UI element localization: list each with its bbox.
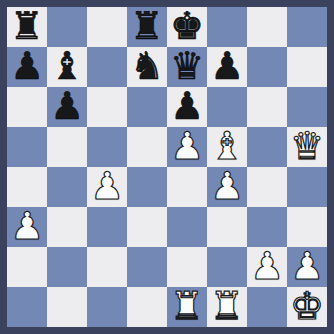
square-d5[interactable] bbox=[127, 127, 167, 167]
square-d8[interactable]: ♜ bbox=[127, 7, 167, 47]
piece-black-queen[interactable]: ♛ bbox=[170, 47, 204, 86]
square-b8[interactable] bbox=[47, 7, 87, 47]
square-g1[interactable] bbox=[247, 287, 287, 327]
piece-white-queen[interactable]: ♛ bbox=[290, 127, 324, 166]
square-h6[interactable] bbox=[287, 87, 327, 127]
square-a7[interactable]: ♟ bbox=[7, 47, 47, 87]
piece-black-knight[interactable]: ♞ bbox=[130, 47, 164, 86]
square-e5[interactable]: ♟ bbox=[167, 127, 207, 167]
square-b1[interactable] bbox=[47, 287, 87, 327]
square-a6[interactable] bbox=[7, 87, 47, 127]
square-f4[interactable]: ♟ bbox=[207, 167, 247, 207]
square-a3[interactable]: ♟ bbox=[7, 207, 47, 247]
piece-black-pawn[interactable]: ♟ bbox=[10, 47, 44, 86]
square-d2[interactable] bbox=[127, 247, 167, 287]
square-e3[interactable] bbox=[167, 207, 207, 247]
square-h4[interactable] bbox=[287, 167, 327, 207]
square-b2[interactable] bbox=[47, 247, 87, 287]
square-e2[interactable] bbox=[167, 247, 207, 287]
square-f5[interactable]: ♝ bbox=[207, 127, 247, 167]
square-h1[interactable]: ♚ bbox=[287, 287, 327, 327]
square-h7[interactable] bbox=[287, 47, 327, 87]
piece-black-rook[interactable]: ♜ bbox=[130, 7, 164, 46]
chess-board: ♜♜♚♟♝♞♛♟♟♟♟♝♛♟♟♟♟♟♜♜♚ bbox=[7, 7, 327, 327]
square-h5[interactable]: ♛ bbox=[287, 127, 327, 167]
square-c3[interactable] bbox=[87, 207, 127, 247]
square-a4[interactable] bbox=[7, 167, 47, 207]
square-c7[interactable] bbox=[87, 47, 127, 87]
piece-white-pawn[interactable]: ♟ bbox=[250, 247, 284, 286]
square-c8[interactable] bbox=[87, 7, 127, 47]
square-f7[interactable]: ♟ bbox=[207, 47, 247, 87]
piece-black-rook[interactable]: ♜ bbox=[10, 7, 44, 46]
square-d3[interactable] bbox=[127, 207, 167, 247]
piece-black-king[interactable]: ♚ bbox=[170, 7, 204, 46]
piece-white-pawn[interactable]: ♟ bbox=[290, 247, 324, 286]
piece-white-bishop[interactable]: ♝ bbox=[210, 127, 244, 166]
square-d4[interactable] bbox=[127, 167, 167, 207]
square-c5[interactable] bbox=[87, 127, 127, 167]
square-a8[interactable]: ♜ bbox=[7, 7, 47, 47]
square-f3[interactable] bbox=[207, 207, 247, 247]
piece-white-pawn[interactable]: ♟ bbox=[10, 207, 44, 246]
square-g4[interactable] bbox=[247, 167, 287, 207]
square-h8[interactable] bbox=[287, 7, 327, 47]
square-g3[interactable] bbox=[247, 207, 287, 247]
square-b4[interactable] bbox=[47, 167, 87, 207]
square-b5[interactable] bbox=[47, 127, 87, 167]
square-a1[interactable] bbox=[7, 287, 47, 327]
piece-white-rook[interactable]: ♜ bbox=[170, 287, 204, 326]
square-e6[interactable]: ♟ bbox=[167, 87, 207, 127]
square-g2[interactable]: ♟ bbox=[247, 247, 287, 287]
piece-black-pawn[interactable]: ♟ bbox=[50, 87, 84, 126]
square-c1[interactable] bbox=[87, 287, 127, 327]
square-c4[interactable]: ♟ bbox=[87, 167, 127, 207]
square-b6[interactable]: ♟ bbox=[47, 87, 87, 127]
piece-black-pawn[interactable]: ♟ bbox=[170, 87, 204, 126]
square-b7[interactable]: ♝ bbox=[47, 47, 87, 87]
square-c6[interactable] bbox=[87, 87, 127, 127]
square-b3[interactable] bbox=[47, 207, 87, 247]
square-a5[interactable] bbox=[7, 127, 47, 167]
piece-black-pawn[interactable]: ♟ bbox=[210, 47, 244, 86]
square-a2[interactable] bbox=[7, 247, 47, 287]
square-f1[interactable]: ♜ bbox=[207, 287, 247, 327]
square-g6[interactable] bbox=[247, 87, 287, 127]
square-e1[interactable]: ♜ bbox=[167, 287, 207, 327]
board-frame: ♜♜♚♟♝♞♛♟♟♟♟♝♛♟♟♟♟♟♜♜♚ bbox=[0, 0, 334, 334]
square-f2[interactable] bbox=[207, 247, 247, 287]
square-g7[interactable] bbox=[247, 47, 287, 87]
square-d7[interactable]: ♞ bbox=[127, 47, 167, 87]
square-g5[interactable] bbox=[247, 127, 287, 167]
piece-white-pawn[interactable]: ♟ bbox=[90, 167, 124, 206]
square-c2[interactable] bbox=[87, 247, 127, 287]
square-f6[interactable] bbox=[207, 87, 247, 127]
square-f8[interactable] bbox=[207, 7, 247, 47]
square-e8[interactable]: ♚ bbox=[167, 7, 207, 47]
piece-white-pawn[interactable]: ♟ bbox=[170, 127, 204, 166]
square-h3[interactable] bbox=[287, 207, 327, 247]
piece-white-pawn[interactable]: ♟ bbox=[210, 167, 244, 206]
piece-white-king[interactable]: ♚ bbox=[290, 287, 324, 326]
piece-white-rook[interactable]: ♜ bbox=[210, 287, 244, 326]
square-e7[interactable]: ♛ bbox=[167, 47, 207, 87]
square-h2[interactable]: ♟ bbox=[287, 247, 327, 287]
square-d1[interactable] bbox=[127, 287, 167, 327]
square-g8[interactable] bbox=[247, 7, 287, 47]
piece-black-bishop[interactable]: ♝ bbox=[50, 47, 84, 86]
square-e4[interactable] bbox=[167, 167, 207, 207]
square-d6[interactable] bbox=[127, 87, 167, 127]
